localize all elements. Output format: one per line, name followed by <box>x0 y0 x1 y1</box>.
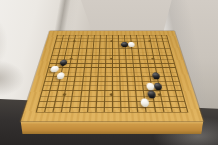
star-point <box>111 58 114 60</box>
white-stone <box>146 83 155 91</box>
white-stone <box>128 42 135 47</box>
star-point <box>149 40 152 42</box>
black-stone <box>154 83 163 91</box>
star-point <box>70 58 73 60</box>
star-point <box>111 40 113 42</box>
black-stone <box>147 90 156 98</box>
black-stone <box>59 60 67 66</box>
photo-scene <box>0 0 218 145</box>
white-stone <box>56 72 65 79</box>
board-intersections <box>30 34 193 116</box>
star-point <box>73 40 76 42</box>
white-stone <box>50 66 59 73</box>
go-board <box>21 31 204 122</box>
star-point <box>152 58 155 60</box>
white-stone <box>140 98 149 107</box>
board-front-face <box>21 121 204 134</box>
black-stone <box>152 72 161 79</box>
